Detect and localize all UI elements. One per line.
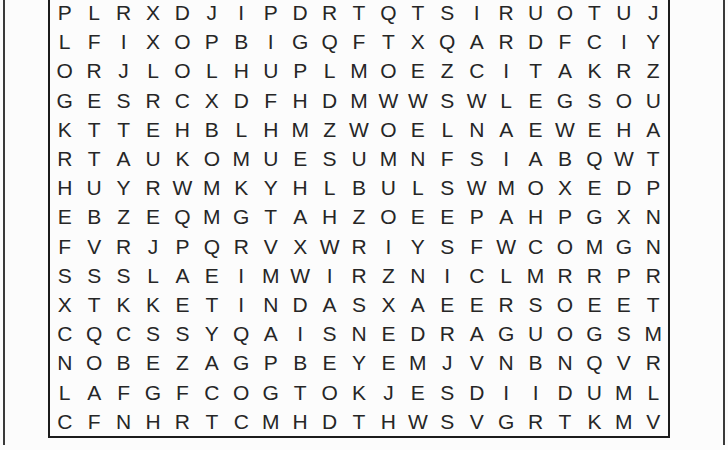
- grid-cell-r10c14[interactable]: I: [433, 261, 462, 290]
- grid-cell-r5c1[interactable]: K: [50, 115, 79, 144]
- grid-cell-r2c20[interactable]: I: [609, 27, 638, 56]
- grid-cell-r11c1[interactable]: X: [50, 290, 79, 319]
- grid-cell-r10c18[interactable]: R: [550, 261, 579, 290]
- grid-cell-r10c15[interactable]: C: [462, 261, 491, 290]
- grid-cell-r15c1[interactable]: C: [50, 407, 79, 436]
- grid-cell-r14c12[interactable]: J: [374, 378, 403, 407]
- grid-cell-r9c14[interactable]: S: [433, 232, 462, 261]
- grid-cell-r10c7[interactable]: I: [227, 261, 256, 290]
- grid-cell-r5c13[interactable]: E: [403, 115, 432, 144]
- grid-cell-r3c17[interactable]: T: [521, 56, 550, 85]
- grid-cell-r3c21[interactable]: Z: [639, 56, 668, 85]
- grid-cell-r4c5[interactable]: C: [168, 86, 197, 115]
- grid-cell-r7c20[interactable]: D: [609, 173, 638, 202]
- grid-cell-r11c3[interactable]: K: [109, 290, 138, 319]
- grid-cell-r15c5[interactable]: R: [168, 407, 197, 436]
- grid-cell-r9c19[interactable]: M: [580, 232, 609, 261]
- grid-cell-r1c12[interactable]: Q: [374, 0, 403, 27]
- grid-cell-r2c16[interactable]: R: [491, 27, 520, 56]
- grid-cell-r2c4[interactable]: X: [138, 27, 167, 56]
- grid-cell-r12c19[interactable]: G: [580, 319, 609, 348]
- grid-cell-r14c4[interactable]: G: [138, 378, 167, 407]
- grid-cell-r13c1[interactable]: N: [50, 348, 79, 377]
- grid-cell-r12c21[interactable]: M: [639, 319, 668, 348]
- grid-cell-r5c8[interactable]: H: [256, 115, 285, 144]
- grid-cell-r12c17[interactable]: U: [521, 319, 550, 348]
- grid-cell-r14c2[interactable]: A: [79, 378, 108, 407]
- grid-cell-r7c2[interactable]: U: [79, 173, 108, 202]
- grid-cell-r8c1[interactable]: E: [50, 202, 79, 231]
- grid-cell-r6c19[interactable]: Q: [580, 144, 609, 173]
- grid-cell-r12c4[interactable]: S: [138, 319, 167, 348]
- grid-cell-r9c20[interactable]: G: [609, 232, 638, 261]
- grid-cell-r3c18[interactable]: A: [550, 56, 579, 85]
- grid-cell-r10c4[interactable]: L: [138, 261, 167, 290]
- grid-cell-r1c2[interactable]: L: [79, 0, 108, 27]
- grid-cell-r9c8[interactable]: V: [256, 232, 285, 261]
- grid-cell-r11c15[interactable]: E: [462, 290, 491, 319]
- grid-cell-r11c13[interactable]: A: [403, 290, 432, 319]
- grid-cell-r6c10[interactable]: S: [315, 144, 344, 173]
- grid-cell-r15c18[interactable]: T: [550, 407, 579, 436]
- grid-cell-r10c2[interactable]: S: [79, 261, 108, 290]
- grid-cell-r2c21[interactable]: Y: [639, 27, 668, 56]
- grid-cell-r13c2[interactable]: O: [79, 348, 108, 377]
- grid-cell-r11c19[interactable]: E: [580, 290, 609, 319]
- grid-cell-r10c21[interactable]: R: [639, 261, 668, 290]
- grid-cell-r1c16[interactable]: R: [491, 0, 520, 27]
- grid-cell-r10c17[interactable]: M: [521, 261, 550, 290]
- grid-cell-r6c14[interactable]: F: [433, 144, 462, 173]
- grid-cell-r13c18[interactable]: N: [550, 348, 579, 377]
- grid-cell-r13c17[interactable]: B: [521, 348, 550, 377]
- grid-cell-r1c20[interactable]: U: [609, 0, 638, 27]
- grid-cell-r7c6[interactable]: M: [197, 173, 226, 202]
- grid-cell-r4c13[interactable]: W: [403, 86, 432, 115]
- grid-cell-r4c2[interactable]: E: [79, 86, 108, 115]
- grid-cell-r4c20[interactable]: O: [609, 86, 638, 115]
- grid-cell-r7c17[interactable]: O: [521, 173, 550, 202]
- grid-cell-r10c19[interactable]: R: [580, 261, 609, 290]
- grid-cell-r15c12[interactable]: H: [374, 407, 403, 436]
- grid-cell-r5c21[interactable]: A: [639, 115, 668, 144]
- grid-cell-r5c18[interactable]: W: [550, 115, 579, 144]
- grid-cell-r13c4[interactable]: E: [138, 348, 167, 377]
- grid-cell-r12c5[interactable]: S: [168, 319, 197, 348]
- grid-cell-r12c8[interactable]: A: [256, 319, 285, 348]
- grid-cell-r4c8[interactable]: F: [256, 86, 285, 115]
- grid-cell-r9c7[interactable]: R: [227, 232, 256, 261]
- grid-cell-r7c11[interactable]: B: [344, 173, 373, 202]
- grid-cell-r9c15[interactable]: F: [462, 232, 491, 261]
- grid-cell-r15c19[interactable]: K: [580, 407, 609, 436]
- grid-cell-r8c12[interactable]: O: [374, 202, 403, 231]
- grid-cell-r8c3[interactable]: Z: [109, 202, 138, 231]
- grid-cell-r12c15[interactable]: A: [462, 319, 491, 348]
- grid-cell-r3c14[interactable]: Z: [433, 56, 462, 85]
- grid-cell-r14c6[interactable]: C: [197, 378, 226, 407]
- grid-cell-r9c2[interactable]: V: [79, 232, 108, 261]
- grid-cell-r8c7[interactable]: G: [227, 202, 256, 231]
- grid-cell-r13c8[interactable]: P: [256, 348, 285, 377]
- grid-cell-r3c7[interactable]: H: [227, 56, 256, 85]
- grid-cell-r1c15[interactable]: I: [462, 0, 491, 27]
- grid-cell-r6c20[interactable]: W: [609, 144, 638, 173]
- grid-cell-r9c12[interactable]: I: [374, 232, 403, 261]
- grid-cell-r6c12[interactable]: M: [374, 144, 403, 173]
- grid-cell-r2c7[interactable]: B: [227, 27, 256, 56]
- grid-cell-r6c4[interactable]: U: [138, 144, 167, 173]
- grid-cell-r2c6[interactable]: P: [197, 27, 226, 56]
- grid-cell-r9c18[interactable]: O: [550, 232, 579, 261]
- grid-cell-r3c13[interactable]: E: [403, 56, 432, 85]
- grid-cell-r6c18[interactable]: B: [550, 144, 579, 173]
- grid-cell-r14c8[interactable]: G: [256, 378, 285, 407]
- grid-cell-r9c16[interactable]: W: [491, 232, 520, 261]
- grid-cell-r2c11[interactable]: F: [344, 27, 373, 56]
- grid-cell-r11c7[interactable]: I: [227, 290, 256, 319]
- grid-cell-r3c20[interactable]: R: [609, 56, 638, 85]
- grid-cell-r5c15[interactable]: N: [462, 115, 491, 144]
- grid-cell-r3c6[interactable]: L: [197, 56, 226, 85]
- grid-cell-r8c9[interactable]: A: [285, 202, 314, 231]
- grid-cell-r14c10[interactable]: O: [315, 378, 344, 407]
- grid-cell-r13c13[interactable]: M: [403, 348, 432, 377]
- grid-cell-r3c16[interactable]: I: [491, 56, 520, 85]
- grid-cell-r6c9[interactable]: E: [285, 144, 314, 173]
- grid-cell-r10c5[interactable]: A: [168, 261, 197, 290]
- grid-cell-r4c6[interactable]: X: [197, 86, 226, 115]
- grid-cell-r8c8[interactable]: T: [256, 202, 285, 231]
- grid-cell-r4c18[interactable]: G: [550, 86, 579, 115]
- grid-cell-r13c7[interactable]: G: [227, 348, 256, 377]
- grid-cell-r5c12[interactable]: O: [374, 115, 403, 144]
- grid-cell-r1c5[interactable]: D: [168, 0, 197, 27]
- grid-cell-r15c4[interactable]: H: [138, 407, 167, 436]
- grid-cell-r7c5[interactable]: W: [168, 173, 197, 202]
- grid-cell-r8c19[interactable]: G: [580, 202, 609, 231]
- grid-cell-r15c9[interactable]: H: [285, 407, 314, 436]
- grid-cell-r13c15[interactable]: V: [462, 348, 491, 377]
- grid-cell-r2c12[interactable]: T: [374, 27, 403, 56]
- grid-cell-r7c8[interactable]: Y: [256, 173, 285, 202]
- grid-cell-r12c9[interactable]: I: [285, 319, 314, 348]
- grid-cell-r14c11[interactable]: K: [344, 378, 373, 407]
- grid-cell-r2c5[interactable]: O: [168, 27, 197, 56]
- grid-cell-r13c9[interactable]: B: [285, 348, 314, 377]
- grid-cell-r13c21[interactable]: R: [639, 348, 668, 377]
- grid-cell-r8c4[interactable]: E: [138, 202, 167, 231]
- grid-cell-r12c16[interactable]: G: [491, 319, 520, 348]
- grid-cell-r5c17[interactable]: E: [521, 115, 550, 144]
- grid-cell-r2c13[interactable]: X: [403, 27, 432, 56]
- grid-cell-r2c2[interactable]: F: [79, 27, 108, 56]
- grid-cell-r6c8[interactable]: U: [256, 144, 285, 173]
- grid-cell-r15c8[interactable]: M: [256, 407, 285, 436]
- grid-cell-r15c2[interactable]: F: [79, 407, 108, 436]
- grid-cell-r1c21[interactable]: J: [639, 0, 668, 27]
- grid-cell-r12c7[interactable]: Q: [227, 319, 256, 348]
- grid-cell-r7c14[interactable]: S: [433, 173, 462, 202]
- grid-cell-r8c21[interactable]: N: [639, 202, 668, 231]
- grid-cell-r10c12[interactable]: Z: [374, 261, 403, 290]
- grid-cell-r13c5[interactable]: Z: [168, 348, 197, 377]
- grid-cell-r5c2[interactable]: T: [79, 115, 108, 144]
- grid-cell-r8c13[interactable]: E: [403, 202, 432, 231]
- grid-cell-r4c15[interactable]: W: [462, 86, 491, 115]
- grid-cell-r15c14[interactable]: S: [433, 407, 462, 436]
- grid-cell-r8c15[interactable]: P: [462, 202, 491, 231]
- grid-cell-r3c5[interactable]: O: [168, 56, 197, 85]
- grid-cell-r8c5[interactable]: Q: [168, 202, 197, 231]
- grid-cell-r5c20[interactable]: H: [609, 115, 638, 144]
- grid-cell-r2c10[interactable]: Q: [315, 27, 344, 56]
- grid-cell-r4c11[interactable]: M: [344, 86, 373, 115]
- grid-cell-r7c18[interactable]: X: [550, 173, 579, 202]
- grid-cell-r5c7[interactable]: L: [227, 115, 256, 144]
- grid-cell-r14c15[interactable]: D: [462, 378, 491, 407]
- grid-cell-r9c21[interactable]: N: [639, 232, 668, 261]
- grid-cell-r11c6[interactable]: T: [197, 290, 226, 319]
- grid-cell-r12c18[interactable]: O: [550, 319, 579, 348]
- grid-cell-r4c16[interactable]: L: [491, 86, 520, 115]
- grid-cell-r7c12[interactable]: U: [374, 173, 403, 202]
- grid-cell-r6c2[interactable]: T: [79, 144, 108, 173]
- grid-cell-r12c2[interactable]: Q: [79, 319, 108, 348]
- grid-cell-r3c3[interactable]: J: [109, 56, 138, 85]
- grid-cell-r13c3[interactable]: B: [109, 348, 138, 377]
- grid-cell-r1c3[interactable]: R: [109, 0, 138, 27]
- grid-cell-r8c6[interactable]: M: [197, 202, 226, 231]
- grid-cell-r11c11[interactable]: S: [344, 290, 373, 319]
- grid-cell-r9c6[interactable]: Q: [197, 232, 226, 261]
- grid-cell-r7c4[interactable]: R: [138, 173, 167, 202]
- grid-cell-r7c3[interactable]: Y: [109, 173, 138, 202]
- grid-cell-r11c14[interactable]: E: [433, 290, 462, 319]
- grid-cell-r9c9[interactable]: X: [285, 232, 314, 261]
- grid-cell-r14c13[interactable]: E: [403, 378, 432, 407]
- grid-cell-r13c16[interactable]: N: [491, 348, 520, 377]
- grid-cell-r11c17[interactable]: S: [521, 290, 550, 319]
- grid-cell-r15c11[interactable]: T: [344, 407, 373, 436]
- grid-cell-r3c19[interactable]: K: [580, 56, 609, 85]
- grid-cell-r5c6[interactable]: B: [197, 115, 226, 144]
- grid-cell-r3c9[interactable]: P: [285, 56, 314, 85]
- grid-cell-r4c10[interactable]: D: [315, 86, 344, 115]
- grid-cell-r11c8[interactable]: N: [256, 290, 285, 319]
- grid-cell-r4c17[interactable]: E: [521, 86, 550, 115]
- grid-cell-r15c7[interactable]: C: [227, 407, 256, 436]
- grid-cell-r3c15[interactable]: C: [462, 56, 491, 85]
- grid-cell-r14c7[interactable]: O: [227, 378, 256, 407]
- grid-cell-r13c11[interactable]: Y: [344, 348, 373, 377]
- grid-cell-r6c3[interactable]: A: [109, 144, 138, 173]
- grid-cell-r14c16[interactable]: I: [491, 378, 520, 407]
- grid-cell-r4c14[interactable]: S: [433, 86, 462, 115]
- grid-cell-r3c10[interactable]: L: [315, 56, 344, 85]
- grid-cell-r10c16[interactable]: L: [491, 261, 520, 290]
- grid-cell-r9c13[interactable]: Y: [403, 232, 432, 261]
- grid-cell-r5c5[interactable]: H: [168, 115, 197, 144]
- grid-cell-r1c17[interactable]: U: [521, 0, 550, 27]
- grid-cell-r13c14[interactable]: J: [433, 348, 462, 377]
- grid-cell-r7c7[interactable]: K: [227, 173, 256, 202]
- grid-cell-r5c19[interactable]: E: [580, 115, 609, 144]
- grid-cell-r9c4[interactable]: J: [138, 232, 167, 261]
- grid-cell-r1c19[interactable]: T: [580, 0, 609, 27]
- grid-cell-r4c4[interactable]: R: [138, 86, 167, 115]
- grid-cell-r3c1[interactable]: O: [50, 56, 79, 85]
- grid-cell-r1c11[interactable]: T: [344, 0, 373, 27]
- grid-cell-r2c14[interactable]: Q: [433, 27, 462, 56]
- grid-cell-r7c16[interactable]: M: [491, 173, 520, 202]
- grid-cell-r8c14[interactable]: E: [433, 202, 462, 231]
- grid-cell-r6c17[interactable]: A: [521, 144, 550, 173]
- grid-cell-r2c17[interactable]: D: [521, 27, 550, 56]
- grid-cell-r11c4[interactable]: K: [138, 290, 167, 319]
- grid-cell-r10c11[interactable]: R: [344, 261, 373, 290]
- grid-cell-r1c13[interactable]: T: [403, 0, 432, 27]
- grid-cell-r15c6[interactable]: T: [197, 407, 226, 436]
- grid-cell-r14c17[interactable]: I: [521, 378, 550, 407]
- grid-cell-r13c10[interactable]: E: [315, 348, 344, 377]
- grid-cell-r9c17[interactable]: C: [521, 232, 550, 261]
- grid-cell-r3c12[interactable]: O: [374, 56, 403, 85]
- grid-cell-r12c20[interactable]: S: [609, 319, 638, 348]
- grid-cell-r4c9[interactable]: H: [285, 86, 314, 115]
- grid-cell-r9c3[interactable]: R: [109, 232, 138, 261]
- grid-cell-r4c1[interactable]: G: [50, 86, 79, 115]
- grid-cell-r1c9[interactable]: D: [285, 0, 314, 27]
- grid-cell-r7c19[interactable]: E: [580, 173, 609, 202]
- grid-cell-r1c7[interactable]: I: [227, 0, 256, 27]
- grid-cell-r2c1[interactable]: L: [50, 27, 79, 56]
- grid-cell-r6c5[interactable]: K: [168, 144, 197, 173]
- grid-cell-r11c18[interactable]: O: [550, 290, 579, 319]
- grid-cell-r6c15[interactable]: S: [462, 144, 491, 173]
- grid-cell-r4c21[interactable]: U: [639, 86, 668, 115]
- grid-cell-r1c6[interactable]: J: [197, 0, 226, 27]
- grid-cell-r10c20[interactable]: P: [609, 261, 638, 290]
- grid-cell-r11c12[interactable]: X: [374, 290, 403, 319]
- grid-cell-r5c10[interactable]: Z: [315, 115, 344, 144]
- grid-cell-r6c7[interactable]: M: [227, 144, 256, 173]
- grid-cell-r6c11[interactable]: U: [344, 144, 373, 173]
- grid-cell-r7c13[interactable]: L: [403, 173, 432, 202]
- grid-cell-r4c7[interactable]: D: [227, 86, 256, 115]
- grid-cell-r1c1[interactable]: P: [50, 0, 79, 27]
- grid-cell-r4c19[interactable]: S: [580, 86, 609, 115]
- grid-cell-r4c3[interactable]: S: [109, 86, 138, 115]
- grid-cell-r1c4[interactable]: X: [138, 0, 167, 27]
- grid-cell-r1c14[interactable]: S: [433, 0, 462, 27]
- grid-cell-r13c20[interactable]: V: [609, 348, 638, 377]
- grid-cell-r15c13[interactable]: W: [403, 407, 432, 436]
- grid-cell-r13c12[interactable]: E: [374, 348, 403, 377]
- grid-cell-r8c10[interactable]: H: [315, 202, 344, 231]
- grid-cell-r10c1[interactable]: S: [50, 261, 79, 290]
- grid-cell-r12c10[interactable]: S: [315, 319, 344, 348]
- grid-cell-r2c15[interactable]: A: [462, 27, 491, 56]
- grid-cell-r14c1[interactable]: L: [50, 378, 79, 407]
- grid-cell-r5c4[interactable]: E: [138, 115, 167, 144]
- grid-cell-r2c9[interactable]: G: [285, 27, 314, 56]
- grid-cell-r5c16[interactable]: A: [491, 115, 520, 144]
- grid-cell-r15c15[interactable]: V: [462, 407, 491, 436]
- grid-cell-r10c8[interactable]: M: [256, 261, 285, 290]
- grid-cell-r13c6[interactable]: A: [197, 348, 226, 377]
- grid-cell-r9c10[interactable]: W: [315, 232, 344, 261]
- grid-cell-r11c9[interactable]: D: [285, 290, 314, 319]
- grid-cell-r13c19[interactable]: Q: [580, 348, 609, 377]
- grid-cell-r14c5[interactable]: F: [168, 378, 197, 407]
- grid-cell-r9c11[interactable]: R: [344, 232, 373, 261]
- grid-cell-r10c6[interactable]: E: [197, 261, 226, 290]
- grid-cell-r10c10[interactable]: I: [315, 261, 344, 290]
- grid-cell-r10c3[interactable]: S: [109, 261, 138, 290]
- grid-cell-r7c21[interactable]: P: [639, 173, 668, 202]
- grid-cell-r6c6[interactable]: O: [197, 144, 226, 173]
- grid-cell-r1c18[interactable]: O: [550, 0, 579, 27]
- grid-cell-r14c14[interactable]: S: [433, 378, 462, 407]
- grid-cell-r12c13[interactable]: D: [403, 319, 432, 348]
- grid-cell-r8c17[interactable]: H: [521, 202, 550, 231]
- grid-cell-r14c19[interactable]: U: [580, 378, 609, 407]
- grid-cell-r9c1[interactable]: F: [50, 232, 79, 261]
- grid-cell-r14c3[interactable]: F: [109, 378, 138, 407]
- grid-cell-r2c3[interactable]: I: [109, 27, 138, 56]
- grid-cell-r2c19[interactable]: C: [580, 27, 609, 56]
- grid-cell-r5c9[interactable]: M: [285, 115, 314, 144]
- grid-cell-r6c16[interactable]: I: [491, 144, 520, 173]
- grid-cell-r3c2[interactable]: R: [79, 56, 108, 85]
- grid-cell-r8c18[interactable]: P: [550, 202, 579, 231]
- grid-cell-r2c18[interactable]: F: [550, 27, 579, 56]
- grid-cell-r7c1[interactable]: H: [50, 173, 79, 202]
- grid-cell-r11c20[interactable]: E: [609, 290, 638, 319]
- grid-cell-r11c10[interactable]: A: [315, 290, 344, 319]
- grid-cell-r8c16[interactable]: A: [491, 202, 520, 231]
- grid-cell-r15c10[interactable]: D: [315, 407, 344, 436]
- grid-cell-r10c13[interactable]: N: [403, 261, 432, 290]
- grid-cell-r3c4[interactable]: L: [138, 56, 167, 85]
- grid-cell-r11c5[interactable]: E: [168, 290, 197, 319]
- grid-cell-r14c20[interactable]: M: [609, 378, 638, 407]
- grid-cell-r1c10[interactable]: R: [315, 0, 344, 27]
- grid-cell-r12c11[interactable]: N: [344, 319, 373, 348]
- grid-cell-r10c9[interactable]: W: [285, 261, 314, 290]
- grid-cell-r6c21[interactable]: T: [639, 144, 668, 173]
- grid-cell-r3c11[interactable]: M: [344, 56, 373, 85]
- grid-cell-r8c20[interactable]: X: [609, 202, 638, 231]
- grid-cell-r5c11[interactable]: W: [344, 115, 373, 144]
- grid-cell-r15c20[interactable]: M: [609, 407, 638, 436]
- grid-cell-r11c2[interactable]: T: [79, 290, 108, 319]
- grid-cell-r1c8[interactable]: P: [256, 0, 285, 27]
- grid-cell-r6c1[interactable]: R: [50, 144, 79, 173]
- grid-cell-r14c21[interactable]: L: [639, 378, 668, 407]
- grid-cell-r3c8[interactable]: U: [256, 56, 285, 85]
- grid-cell-r15c21[interactable]: V: [639, 407, 668, 436]
- grid-cell-r9c5[interactable]: P: [168, 232, 197, 261]
- grid-cell-r5c3[interactable]: T: [109, 115, 138, 144]
- grid-cell-r5c14[interactable]: L: [433, 115, 462, 144]
- grid-cell-r14c18[interactable]: D: [550, 378, 579, 407]
- grid-cell-r14c9[interactable]: T: [285, 378, 314, 407]
- grid-cell-r12c14[interactable]: R: [433, 319, 462, 348]
- grid-cell-r6c13[interactable]: N: [403, 144, 432, 173]
- grid-cell-r15c17[interactable]: R: [521, 407, 550, 436]
